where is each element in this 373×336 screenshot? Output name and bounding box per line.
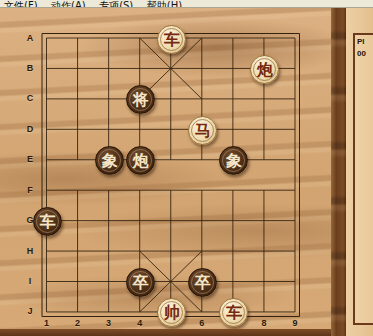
menu-file[interactable]: 文件(F) [4,0,38,8]
row-label-C: C [24,94,36,103]
col-label-9: 9 [289,319,301,328]
piece-character: 车 [164,25,180,52]
row-label-E: E [24,155,36,164]
col-label-8: 8 [258,319,270,328]
piece-character: 车 [40,208,56,235]
row-label-B: B [24,64,36,73]
row-label-D: D [24,125,36,134]
red-chariot-A5[interactable]: 车 [157,25,186,54]
menu-help[interactable]: 帮助(H) [147,0,182,8]
row-label-A: A [24,34,36,43]
col-label-1: 1 [41,319,53,328]
piece-character: 炮 [257,55,273,82]
piece-character: 卒 [133,269,149,296]
piece-character: 卒 [195,269,211,296]
xiangqi-app-window: ABCDEFGHIJ 123456789 车炮将马象炮象车卒卒帅车 Pl 00 … [0,0,373,336]
black-soldier-I4[interactable]: 卒 [126,268,155,297]
side-info-panel: Pl 00 [346,8,373,336]
row-label-H: H [24,247,36,256]
row-label-F: F [24,186,36,195]
black-chariot-G1[interactable]: 车 [33,207,62,236]
player-info-box: Pl 00 [353,33,373,325]
piece-character: 帅 [164,299,180,326]
col-label-6: 6 [196,319,208,328]
piece-character: 马 [195,116,211,143]
red-horse-D6[interactable]: 马 [188,116,217,145]
col-label-3: 3 [103,319,115,328]
menu-action[interactable]: 动作(A) [51,0,86,8]
piece-character: 将 [133,86,149,113]
menu-special[interactable]: 专项(S) [99,0,133,8]
clock-value: 00 [355,47,373,59]
col-label-2: 2 [72,319,84,328]
board-frame-right [331,8,346,336]
board-grid[interactable] [0,0,373,336]
row-label-J: J [24,307,36,316]
piece-character: 车 [226,299,242,326]
piece-character: 炮 [133,147,149,174]
piece-character: 象 [226,147,242,174]
col-label-4: 4 [134,319,146,328]
player-label: Pl [355,35,373,47]
menu-bar: 文件(F) 动作(A) 专项(S) 帮助(H) [0,0,373,8]
piece-character: 象 [102,147,118,174]
board-frame-bottom [0,329,331,336]
row-label-I: I [24,277,36,286]
